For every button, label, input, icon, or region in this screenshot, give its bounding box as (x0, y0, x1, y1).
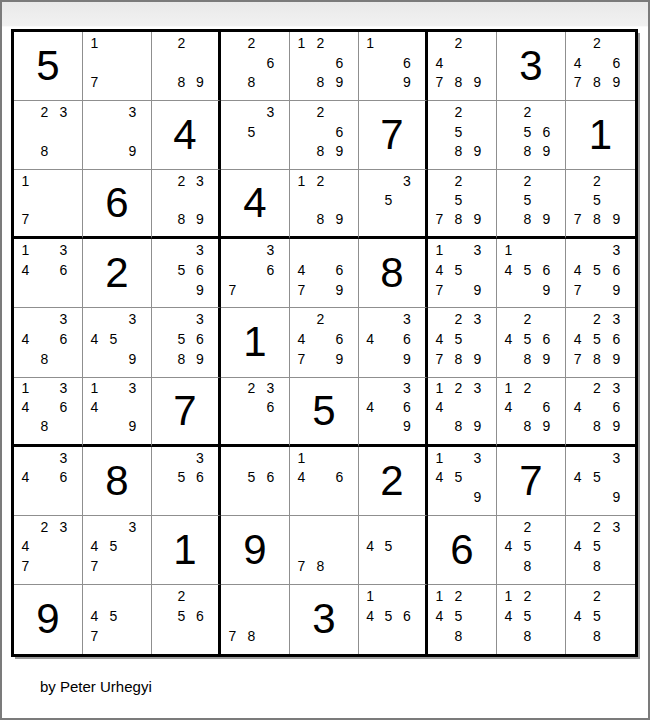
cell-r4c3[interactable]: 3569 (152, 239, 221, 308)
given-digit: 9 (243, 529, 266, 571)
cell-r8c1[interactable]: 2347 (14, 516, 83, 585)
given-digit: 6 (450, 529, 473, 571)
given-digit: 8 (380, 252, 403, 294)
pencil-mark: 3 (261, 102, 280, 122)
pencil-mark: 1 (85, 379, 104, 398)
cell-r1c7[interactable]: 24789 (428, 32, 497, 101)
pencil-mark: 4 (85, 329, 104, 349)
cell-r2c9[interactable]: 1 (566, 101, 635, 170)
pencil-mark: 4 (16, 536, 35, 556)
cell-r7c3[interactable]: 356 (152, 447, 221, 516)
cell-r4c7[interactable]: 134579 (428, 239, 497, 308)
cell-r7c2[interactable]: 8 (83, 447, 152, 516)
pencil-mark: 8 (587, 556, 606, 576)
pencil-mark: 3 (54, 102, 73, 122)
pencil-mark: 6 (54, 260, 73, 280)
pencil-mark: 8 (242, 72, 261, 92)
pencil-mark: 5 (587, 190, 606, 209)
pencil-mark: 9 (468, 72, 487, 92)
cell-r3c6[interactable]: 35 (359, 170, 428, 239)
pencil-mark: 5 (379, 190, 397, 209)
pencil-mark: 2 (518, 171, 537, 190)
pencil-mark: 5 (104, 536, 123, 556)
pencil-mark: 2 (518, 309, 537, 329)
pencil-mark: 8 (172, 349, 190, 369)
pencil-marks: 3469 (359, 378, 425, 444)
pencil-mark: 5 (449, 260, 468, 280)
cell-r2c7[interactable]: 2589 (428, 101, 497, 170)
pencil-marks: 457 (83, 585, 151, 654)
pencil-mark: 7 (292, 280, 311, 300)
cell-r8c2[interactable]: 3457 (83, 516, 152, 585)
pencil-mark: 7 (223, 626, 242, 646)
pencil-mark: 9 (123, 417, 142, 436)
pencil-mark: 5 (104, 606, 123, 626)
pencil-mark: 6 (398, 53, 416, 73)
pencil-mark: 8 (449, 142, 468, 162)
cell-r6c9[interactable]: 234689 (566, 378, 635, 447)
cell-r4c2[interactable]: 2 (83, 239, 152, 308)
given-digit: 1 (243, 321, 266, 363)
pencil-mark: 3 (54, 240, 73, 260)
pencil-marks: 45 (359, 516, 425, 584)
pencil-mark: 2 (587, 171, 606, 190)
pencil-mark: 8 (518, 626, 537, 646)
pencil-mark: 6 (261, 53, 280, 73)
pencil-mark: 3 (468, 448, 487, 468)
pencil-mark: 4 (568, 260, 587, 280)
pencil-mark: 7 (16, 556, 35, 576)
pencil-mark: 1 (16, 240, 35, 260)
pencil-marks: 246789 (566, 32, 635, 100)
given-digit: 6 (105, 182, 128, 224)
pencil-mark: 2 (518, 379, 537, 398)
pencil-mark: 9 (468, 142, 487, 162)
pencil-mark: 8 (35, 417, 54, 436)
pencil-mark: 8 (587, 72, 606, 92)
pencil-marks: 3469 (359, 308, 425, 376)
pencil-mark: 8 (587, 417, 606, 436)
pencil-mark: 5 (449, 606, 468, 626)
pencil-mark: 5 (518, 190, 537, 209)
cell-r3c8[interactable]: 2589 (497, 170, 566, 239)
pencil-mark: 2 (311, 171, 330, 190)
cell-r6c5[interactable]: 5 (290, 378, 359, 447)
pencil-mark: 1 (430, 586, 449, 606)
pencil-marks: 1456 (359, 585, 425, 654)
pencil-mark: 2 (172, 586, 190, 606)
pencil-mark: 1 (430, 379, 449, 398)
pencil-mark: 6 (191, 329, 209, 349)
pencil-marks: 17 (83, 32, 151, 100)
cell-r6c3[interactable]: 7 (152, 378, 221, 447)
pencil-mark: 8 (311, 556, 330, 576)
pencil-mark: 4 (499, 260, 518, 280)
pencil-mark: 8 (449, 626, 468, 646)
pencil-mark: 2 (518, 517, 537, 537)
pencil-mark: 6 (191, 260, 209, 280)
pencil-mark: 3 (607, 448, 626, 468)
given-digit: 7 (173, 390, 196, 432)
cell-r4c5[interactable]: 4679 (290, 239, 359, 308)
cell-r9c6[interactable]: 1456 (359, 585, 428, 654)
cell-r9c2[interactable]: 457 (83, 585, 152, 654)
pencil-mark: 3 (191, 309, 209, 329)
window-top-bar (2, 2, 648, 27)
pencil-mark: 6 (330, 467, 349, 487)
pencil-mark: 2 (242, 33, 261, 53)
pencil-marks: 35 (359, 170, 425, 236)
pencil-mark: 7 (430, 349, 449, 369)
pencil-mark: 4 (292, 260, 311, 280)
pencil-mark: 5 (587, 329, 606, 349)
cell-r2c4[interactable]: 35 (221, 101, 290, 170)
pencil-mark: 8 (518, 556, 537, 576)
cell-r7c8[interactable]: 7 (497, 447, 566, 516)
cell-r5c4[interactable]: 1 (221, 308, 290, 377)
pencil-mark: 5 (242, 122, 261, 142)
pencil-mark: 6 (398, 329, 416, 349)
pencil-mark: 9 (537, 417, 556, 436)
pencil-mark: 9 (330, 280, 349, 300)
pencil-mark: 1 (430, 240, 449, 260)
pencil-marks: 268 (221, 32, 289, 100)
pencil-mark: 9 (607, 280, 626, 300)
pencil-marks: 13459 (428, 447, 496, 515)
pencil-mark: 2 (449, 586, 468, 606)
pencil-mark: 9 (607, 72, 626, 92)
pencil-marks: 12458 (497, 585, 565, 654)
pencil-marks: 78 (221, 585, 289, 654)
pencil-mark: 3 (123, 379, 142, 398)
cell-r4c1[interactable]: 1346 (14, 239, 83, 308)
pencil-marks: 356 (152, 447, 218, 515)
cell-r1c8[interactable]: 3 (497, 32, 566, 101)
pencil-mark: 2 (449, 309, 468, 329)
cell-r8c9[interactable]: 23458 (566, 516, 635, 585)
pencil-mark: 9 (191, 280, 209, 300)
pencil-mark: 6 (537, 260, 556, 280)
cell-r1c5[interactable]: 12689 (290, 32, 359, 101)
pencil-mark: 9 (468, 417, 487, 436)
pencil-mark: 7 (430, 280, 449, 300)
pencil-marks: 14569 (497, 239, 565, 307)
cell-r6c7[interactable]: 123489 (428, 378, 497, 447)
pencil-mark: 2 (518, 102, 537, 122)
pencil-mark: 6 (607, 260, 626, 280)
pencil-mark: 5 (172, 329, 190, 349)
given-digit: 7 (380, 114, 403, 156)
pencil-mark: 3 (607, 240, 626, 260)
pencil-mark: 2 (35, 517, 54, 537)
pencil-mark: 7 (568, 280, 587, 300)
pencil-marks: 123489 (428, 378, 496, 444)
cell-r6c1[interactable]: 13468 (14, 378, 83, 447)
cell-r7c6[interactable]: 2 (359, 447, 428, 516)
given-digit: 1 (173, 529, 196, 571)
cell-r8c7[interactable]: 6 (428, 516, 497, 585)
pencil-mark: 1 (16, 379, 35, 398)
pencil-mark: 6 (261, 260, 280, 280)
pencil-mark: 3 (191, 448, 209, 468)
pencil-mark: 9 (191, 72, 209, 92)
cell-r7c4[interactable]: 56 (221, 447, 290, 516)
pencil-mark: 6 (537, 329, 556, 349)
cell-r5c9[interactable]: 23456789 (566, 308, 635, 377)
pencil-mark: 8 (35, 142, 54, 162)
pencil-mark: 9 (607, 417, 626, 436)
pencil-mark: 7 (85, 626, 104, 646)
author-credit: by Peter Urhegyi (40, 678, 152, 695)
pencil-mark: 6 (261, 398, 280, 417)
pencil-mark: 5 (379, 536, 397, 556)
given-digit: 2 (380, 460, 403, 502)
cell-r3c9[interactable]: 25789 (566, 170, 635, 239)
pencil-mark: 3 (54, 448, 73, 468)
pencil-marks: 24679 (290, 308, 358, 376)
pencil-mark: 8 (172, 72, 190, 92)
pencil-mark: 2 (587, 309, 606, 329)
pencil-mark: 4 (499, 536, 518, 556)
pencil-mark: 3 (54, 309, 73, 329)
pencil-mark: 5 (518, 329, 537, 349)
given-digit: 4 (243, 182, 266, 224)
cell-r2c3[interactable]: 4 (152, 101, 221, 170)
pencil-mark: 7 (568, 209, 587, 228)
cell-r9c9[interactable]: 2458 (566, 585, 635, 654)
pencil-mark: 4 (16, 329, 35, 349)
pencil-marks: 169 (359, 32, 425, 100)
pencil-mark: 3 (123, 102, 142, 122)
pencil-mark: 7 (568, 72, 587, 92)
pencil-mark: 7 (568, 349, 587, 369)
pencil-marks: 56 (221, 447, 289, 515)
pencil-mark: 7 (292, 556, 311, 576)
cell-r1c4[interactable]: 268 (221, 32, 290, 101)
pencil-mark: 9 (607, 487, 626, 507)
pencil-mark: 7 (85, 72, 104, 92)
cell-r4c9[interactable]: 345679 (566, 239, 635, 308)
pencil-mark: 4 (361, 606, 379, 626)
pencil-marks: 35689 (152, 308, 218, 376)
pencil-marks: 3459 (83, 308, 151, 376)
cell-r5c6[interactable]: 3469 (359, 308, 428, 377)
pencil-marks: 238 (14, 101, 82, 169)
cell-r7c1[interactable]: 346 (14, 447, 83, 516)
pencil-marks: 23458 (566, 516, 635, 584)
cell-r6c4[interactable]: 236 (221, 378, 290, 447)
cell-r6c2[interactable]: 1349 (83, 378, 152, 447)
pencil-mark: 9 (123, 142, 142, 162)
pencil-mark: 2 (172, 33, 190, 53)
cell-r2c5[interactable]: 2689 (290, 101, 359, 170)
cell-r9c5[interactable]: 3 (290, 585, 359, 654)
pencil-mark: 6 (191, 467, 209, 487)
pencil-marks: 2458 (497, 516, 565, 584)
cell-r7c5[interactable]: 146 (290, 447, 359, 516)
cell-r3c1[interactable]: 17 (14, 170, 83, 239)
pencil-mark: 7 (85, 556, 104, 576)
pencil-mark: 8 (449, 349, 468, 369)
pencil-mark: 1 (292, 448, 311, 468)
pencil-mark: 1 (292, 33, 311, 53)
pencil-mark: 7 (292, 349, 311, 369)
cell-r1c9[interactable]: 246789 (566, 32, 635, 101)
pencil-marks: 2347 (14, 516, 82, 584)
pencil-mark: 5 (587, 467, 606, 487)
pencil-marks: 25689 (497, 101, 565, 169)
pencil-mark: 6 (330, 122, 349, 142)
cell-r3c2[interactable]: 6 (83, 170, 152, 239)
cell-r3c5[interactable]: 1289 (290, 170, 359, 239)
pencil-marks: 2389 (152, 170, 218, 236)
pencil-mark: 4 (430, 606, 449, 626)
pencil-marks: 234689 (566, 378, 635, 444)
cell-r2c6[interactable]: 7 (359, 101, 428, 170)
cell-r4c8[interactable]: 14569 (497, 239, 566, 308)
pencil-mark: 4 (430, 260, 449, 280)
pencil-mark: 9 (468, 209, 487, 228)
pencil-mark: 6 (191, 606, 209, 626)
pencil-marks: 256 (152, 585, 218, 654)
cell-r3c4[interactable]: 4 (221, 170, 290, 239)
pencil-marks: 2589 (497, 170, 565, 236)
given-digit: 7 (519, 460, 542, 502)
pencil-marks: 236 (221, 378, 289, 444)
pencil-mark: 3 (54, 517, 73, 537)
pencil-mark: 4 (292, 467, 311, 487)
pencil-mark: 3 (607, 517, 626, 537)
pencil-mark: 9 (123, 349, 142, 369)
pencil-marks: 39 (83, 101, 151, 169)
pencil-mark: 3 (398, 171, 416, 190)
pencil-mark: 8 (518, 417, 537, 436)
cell-r6c6[interactable]: 3469 (359, 378, 428, 447)
pencil-marks: 4679 (290, 239, 358, 307)
pencil-mark: 4 (292, 329, 311, 349)
cell-r1c6[interactable]: 169 (359, 32, 428, 101)
pencil-mark: 8 (172, 209, 190, 228)
pencil-mark: 8 (587, 209, 606, 228)
pencil-marks: 23456789 (566, 308, 635, 376)
pencil-mark: 9 (607, 349, 626, 369)
cell-r8c5[interactable]: 78 (290, 516, 359, 585)
pencil-mark: 4 (568, 536, 587, 556)
cell-r9c1[interactable]: 9 (14, 585, 83, 654)
cell-r5c7[interactable]: 2345789 (428, 308, 497, 377)
pencil-mark: 5 (172, 467, 190, 487)
pencil-mark: 3 (261, 240, 280, 260)
pencil-mark: 1 (430, 448, 449, 468)
cell-r5c8[interactable]: 245689 (497, 308, 566, 377)
cell-r9c7[interactable]: 12458 (428, 585, 497, 654)
pencil-mark: 9 (398, 417, 416, 436)
pencil-mark: 2 (587, 586, 606, 606)
cell-r9c4[interactable]: 78 (221, 585, 290, 654)
pencil-mark: 8 (311, 142, 330, 162)
cell-r2c1[interactable]: 238 (14, 101, 83, 170)
pencil-mark: 3 (123, 309, 142, 329)
cell-r4c4[interactable]: 367 (221, 239, 290, 308)
pencil-mark: 2 (449, 379, 468, 398)
cell-r9c8[interactable]: 12458 (497, 585, 566, 654)
pencil-mark: 6 (261, 467, 280, 487)
pencil-mark: 4 (430, 467, 449, 487)
cell-r8c8[interactable]: 2458 (497, 516, 566, 585)
pencil-marks: 2689 (290, 101, 358, 169)
pencil-marks: 1289 (290, 170, 358, 236)
cell-r5c5[interactable]: 24679 (290, 308, 359, 377)
given-digit: 8 (105, 460, 128, 502)
cell-r8c3[interactable]: 1 (152, 516, 221, 585)
pencil-mark: 7 (16, 209, 35, 228)
cell-r9c3[interactable]: 256 (152, 585, 221, 654)
pencil-mark: 8 (449, 417, 468, 436)
pencil-mark: 6 (330, 53, 349, 73)
pencil-mark: 5 (587, 536, 606, 556)
cell-r2c8[interactable]: 25689 (497, 101, 566, 170)
pencil-marks: 289 (152, 32, 218, 100)
pencil-mark: 3 (54, 379, 73, 398)
cell-r7c7[interactable]: 13459 (428, 447, 497, 516)
pencil-marks: 12458 (428, 585, 496, 654)
pencil-mark: 7 (430, 209, 449, 228)
cell-r3c3[interactable]: 2389 (152, 170, 221, 239)
cell-r6c8[interactable]: 124689 (497, 378, 566, 447)
cell-r3c7[interactable]: 25789 (428, 170, 497, 239)
cell-r8c6[interactable]: 45 (359, 516, 428, 585)
pencil-mark: 4 (430, 53, 449, 73)
pencil-mark: 3 (468, 309, 487, 329)
pencil-marks: 124689 (497, 378, 565, 444)
pencil-mark: 9 (607, 209, 626, 228)
cell-r5c3[interactable]: 35689 (152, 308, 221, 377)
cell-r2c2[interactable]: 39 (83, 101, 152, 170)
pencil-mark: 5 (172, 606, 190, 626)
pencil-mark: 5 (242, 467, 261, 487)
pencil-mark: 6 (398, 606, 416, 626)
pencil-marks: 17 (14, 170, 82, 236)
cell-r7c9[interactable]: 3459 (566, 447, 635, 516)
cell-r5c2[interactable]: 3459 (83, 308, 152, 377)
pencil-mark: 6 (330, 329, 349, 349)
cell-r8c4[interactable]: 9 (221, 516, 290, 585)
pencil-mark: 5 (449, 467, 468, 487)
pencil-mark: 8 (518, 349, 537, 369)
cell-r1c3[interactable]: 289 (152, 32, 221, 101)
given-digit: 1 (589, 114, 612, 156)
cell-r1c1[interactable]: 5 (14, 32, 83, 101)
cell-r4c6[interactable]: 8 (359, 239, 428, 308)
pencil-mark: 5 (172, 260, 190, 280)
pencil-mark: 4 (430, 329, 449, 349)
pencil-mark: 4 (85, 606, 104, 626)
cell-r5c1[interactable]: 3468 (14, 308, 83, 377)
pencil-marks: 3468 (14, 308, 82, 376)
pencil-marks: 346 (14, 447, 82, 515)
pencil-mark: 6 (607, 329, 626, 349)
cell-r1c2[interactable]: 17 (83, 32, 152, 101)
pencil-mark: 9 (537, 209, 556, 228)
pencil-marks: 245689 (497, 308, 565, 376)
pencil-marks: 13468 (14, 378, 82, 444)
pencil-mark: 2 (172, 171, 190, 190)
pencil-mark: 5 (449, 190, 468, 209)
pencil-marks: 3459 (566, 447, 635, 515)
pencil-mark: 3 (191, 171, 209, 190)
pencil-mark: 4 (499, 606, 518, 626)
pencil-marks: 3569 (152, 239, 218, 307)
